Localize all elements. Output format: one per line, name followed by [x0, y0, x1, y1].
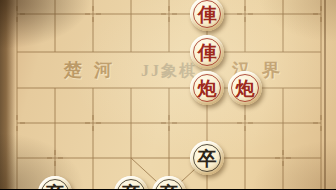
river-label-left: 楚河: [64, 61, 124, 79]
piece-glyph: 俥: [198, 43, 217, 62]
piece-cannon-red[interactable]: 炮: [190, 71, 224, 105]
xiangqi-board[interactable]: 楚河 汉界 JJ象棋 俥俥炮炮卒卒卒卒: [0, 0, 336, 189]
piece-glyph: 卒: [46, 184, 65, 190]
piece-cannon-red[interactable]: 炮: [228, 71, 262, 105]
piece-rook-red[interactable]: 俥: [190, 35, 224, 69]
piece-glyph: 卒: [122, 184, 141, 190]
app-watermark: JJ象棋: [141, 62, 197, 79]
piece-glyph: 炮: [198, 79, 217, 98]
piece-soldier-black[interactable]: 卒: [190, 141, 224, 175]
piece-glyph: 卒: [198, 149, 217, 168]
piece-glyph: 俥: [198, 5, 217, 24]
board-grid: [0, 0, 336, 189]
piece-glyph: 卒: [160, 184, 179, 190]
piece-glyph: 炮: [236, 79, 255, 98]
